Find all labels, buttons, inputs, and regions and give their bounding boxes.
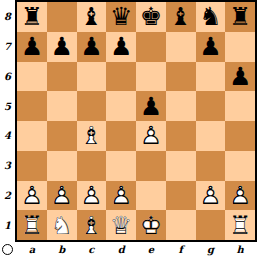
- file-labels: abcdefgh: [17, 242, 255, 257]
- white-bishop: ♝♗: [77, 210, 107, 240]
- square-f1[interactable]: [166, 210, 196, 240]
- file-label-f: f: [166, 242, 196, 257]
- square-g3[interactable]: [196, 151, 226, 181]
- black-rook: ♜: [17, 2, 47, 32]
- square-c6[interactable]: [77, 62, 107, 92]
- square-b8[interactable]: [47, 2, 77, 32]
- black-bishop: ♝: [166, 2, 196, 32]
- square-a2[interactable]: ♟♙: [17, 181, 47, 211]
- chess-diagram: 87654321 ♜♝♛♚♝♞♜♟♟♟♟♟♟♟♝♗♟♙♟♙♟♙♟♙♟♙♟♙♟♙♜…: [0, 0, 257, 257]
- square-e7[interactable]: [136, 32, 166, 62]
- square-b6[interactable]: [47, 62, 77, 92]
- black-pawn: ♟: [196, 32, 226, 62]
- square-f7[interactable]: [166, 32, 196, 62]
- rank-labels: 87654321: [0, 2, 15, 240]
- square-a7[interactable]: ♟: [17, 32, 47, 62]
- white-pawn: ♟♙: [225, 181, 255, 211]
- black-bishop: ♝: [77, 2, 107, 32]
- square-d7[interactable]: ♟: [106, 32, 136, 62]
- white-pawn: ♟♙: [17, 181, 47, 211]
- square-d2[interactable]: ♟♙: [106, 181, 136, 211]
- black-pawn: ♟: [17, 32, 47, 62]
- square-d4[interactable]: [106, 121, 136, 151]
- square-a4[interactable]: [17, 121, 47, 151]
- white-rook: ♜♖: [17, 210, 47, 240]
- square-f5[interactable]: [166, 91, 196, 121]
- square-d5[interactable]: [106, 91, 136, 121]
- square-a3[interactable]: [17, 151, 47, 181]
- rank-label-3: 3: [0, 151, 15, 181]
- square-g5[interactable]: [196, 91, 226, 121]
- file-label-d: d: [106, 242, 136, 257]
- white-pawn: ♟♙: [77, 181, 107, 211]
- square-h7[interactable]: [225, 32, 255, 62]
- square-a6[interactable]: [17, 62, 47, 92]
- black-pawn: ♟: [77, 32, 107, 62]
- square-e8[interactable]: ♚: [136, 2, 166, 32]
- white-rook: ♜♖: [225, 210, 255, 240]
- square-b5[interactable]: [47, 91, 77, 121]
- black-pawn: ♟: [47, 32, 77, 62]
- square-e3[interactable]: [136, 151, 166, 181]
- square-h1[interactable]: ♜♖: [225, 210, 255, 240]
- square-c8[interactable]: ♝: [77, 2, 107, 32]
- square-h2[interactable]: ♟♙: [225, 181, 255, 211]
- square-a5[interactable]: [17, 91, 47, 121]
- white-pawn: ♟♙: [196, 181, 226, 211]
- file-label-b: b: [47, 242, 77, 257]
- white-to-move-indicator: [2, 244, 13, 255]
- file-label-h: h: [225, 242, 255, 257]
- square-a8[interactable]: ♜: [17, 2, 47, 32]
- white-pawn: ♟♙: [106, 181, 136, 211]
- square-h5[interactable]: [225, 91, 255, 121]
- square-b2[interactable]: ♟♙: [47, 181, 77, 211]
- white-pawn: ♟♙: [136, 121, 166, 151]
- file-label-c: c: [77, 242, 107, 257]
- square-h6[interactable]: ♟: [225, 62, 255, 92]
- chess-board: ♜♝♛♚♝♞♜♟♟♟♟♟♟♟♝♗♟♙♟♙♟♙♟♙♟♙♟♙♟♙♜♖♞♘♝♗♛♕♚♔…: [15, 0, 257, 242]
- rank-label-2: 2: [0, 181, 15, 211]
- square-c2[interactable]: ♟♙: [77, 181, 107, 211]
- square-f4[interactable]: [166, 121, 196, 151]
- rank-label-4: 4: [0, 121, 15, 151]
- square-d1[interactable]: ♛♕: [106, 210, 136, 240]
- square-c3[interactable]: [77, 151, 107, 181]
- square-f6[interactable]: [166, 62, 196, 92]
- file-label-e: e: [136, 242, 166, 257]
- black-king: ♚: [136, 2, 166, 32]
- rank-label-8: 8: [0, 2, 15, 32]
- rank-label-5: 5: [0, 91, 15, 121]
- square-c5[interactable]: [77, 91, 107, 121]
- square-g7[interactable]: ♟: [196, 32, 226, 62]
- black-pawn: ♟: [225, 62, 255, 92]
- square-f8[interactable]: ♝: [166, 2, 196, 32]
- square-f3[interactable]: [166, 151, 196, 181]
- square-b1[interactable]: ♞♘: [47, 210, 77, 240]
- square-d3[interactable]: [106, 151, 136, 181]
- square-h4[interactable]: [225, 121, 255, 151]
- square-e4[interactable]: ♟♙: [136, 121, 166, 151]
- black-queen: ♛: [106, 2, 136, 32]
- square-g6[interactable]: [196, 62, 226, 92]
- square-b4[interactable]: [47, 121, 77, 151]
- white-king: ♚♔: [136, 210, 166, 240]
- square-h8[interactable]: ♜: [225, 2, 255, 32]
- square-c1[interactable]: ♝♗: [77, 210, 107, 240]
- square-e1[interactable]: ♚♔: [136, 210, 166, 240]
- square-g8[interactable]: ♞: [196, 2, 226, 32]
- file-label-g: g: [196, 242, 226, 257]
- square-d6[interactable]: [106, 62, 136, 92]
- square-b3[interactable]: [47, 151, 77, 181]
- square-e6[interactable]: [136, 62, 166, 92]
- square-h3[interactable]: [225, 151, 255, 181]
- square-g2[interactable]: ♟♙: [196, 181, 226, 211]
- black-pawn: ♟: [106, 32, 136, 62]
- white-knight: ♞♘: [47, 210, 77, 240]
- black-knight: ♞: [196, 2, 226, 32]
- file-label-a: a: [17, 242, 47, 257]
- rank-label-1: 1: [0, 210, 15, 240]
- square-e2[interactable]: [136, 181, 166, 211]
- square-b7[interactable]: ♟: [47, 32, 77, 62]
- square-f2[interactable]: [166, 181, 196, 211]
- square-g1[interactable]: [196, 210, 226, 240]
- rank-label-7: 7: [0, 32, 15, 62]
- rank-label-6: 6: [0, 62, 15, 92]
- square-c4[interactable]: ♝♗: [77, 121, 107, 151]
- white-bishop: ♝♗: [77, 121, 107, 151]
- square-c7[interactable]: ♟: [77, 32, 107, 62]
- square-e5[interactable]: ♟: [136, 91, 166, 121]
- black-pawn: ♟: [136, 91, 166, 121]
- white-queen: ♛♕: [106, 210, 136, 240]
- square-g4[interactable]: [196, 121, 226, 151]
- square-a1[interactable]: ♜♖: [17, 210, 47, 240]
- square-d8[interactable]: ♛: [106, 2, 136, 32]
- white-pawn: ♟♙: [47, 181, 77, 211]
- black-rook: ♜: [225, 2, 255, 32]
